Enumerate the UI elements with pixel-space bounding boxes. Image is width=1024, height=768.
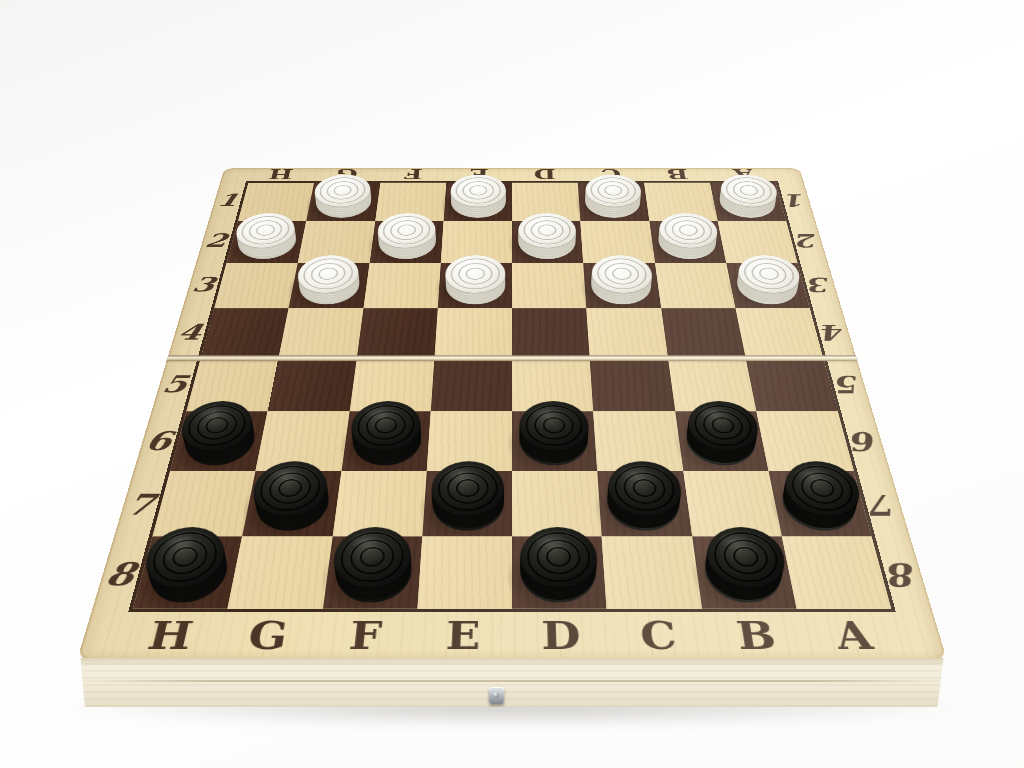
square-g5[interactable] <box>268 358 357 412</box>
square-c4[interactable] <box>586 308 667 357</box>
white-checker-c1[interactable] <box>584 186 642 218</box>
square-c7[interactable] <box>597 471 691 536</box>
white-checker-d2[interactable] <box>518 225 576 260</box>
white-checker-g1[interactable] <box>313 186 373 218</box>
white-checker-e1[interactable] <box>450 186 506 218</box>
square-a1[interactable] <box>710 183 786 222</box>
white-checker-g3[interactable] <box>296 267 362 305</box>
top-letter-b: B <box>643 167 711 181</box>
scene: HGFEDCBA HGFEDCBA 12345678 12345678 <box>0 0 1024 768</box>
black-checker-a7[interactable] <box>777 476 861 530</box>
top-letter-f: F <box>379 167 447 181</box>
square-g4[interactable] <box>279 308 363 357</box>
square-e8[interactable] <box>417 536 512 609</box>
bottom-letter-g: G <box>214 612 320 660</box>
square-h7[interactable] <box>153 471 256 536</box>
square-b7[interactable] <box>683 471 782 536</box>
square-f4[interactable] <box>356 308 437 357</box>
square-g3[interactable] <box>289 263 370 308</box>
white-checker-a1[interactable] <box>717 186 779 218</box>
square-d8[interactable] <box>512 536 607 609</box>
square-g1[interactable] <box>306 183 380 222</box>
bottom-letter-a: A <box>800 612 909 660</box>
square-a7[interactable] <box>768 471 871 536</box>
bottom-letter-b: B <box>704 612 810 660</box>
square-f3[interactable] <box>363 263 440 308</box>
metal-clasp <box>489 687 504 704</box>
black-checker-e7[interactable] <box>431 476 504 530</box>
square-d2[interactable] <box>512 221 583 263</box>
square-b4[interactable] <box>661 308 745 357</box>
square-h6[interactable] <box>170 411 267 470</box>
black-checker-b6[interactable] <box>683 416 759 465</box>
white-checker-b2[interactable] <box>656 225 719 260</box>
white-checker-e3[interactable] <box>445 267 506 305</box>
black-checker-d8[interactable] <box>520 542 597 602</box>
box-front-side <box>77 658 947 707</box>
square-a4[interactable] <box>735 308 823 357</box>
top-letter-h: H <box>246 167 315 181</box>
square-c1[interactable] <box>578 183 649 222</box>
square-g7[interactable] <box>242 471 341 536</box>
bottom-letters: HGFEDCBA <box>115 612 909 660</box>
square-e4[interactable] <box>434 308 512 357</box>
square-e1[interactable] <box>443 183 512 222</box>
square-a3[interactable] <box>726 263 810 308</box>
square-e3[interactable] <box>438 263 512 308</box>
black-checker-d6[interactable] <box>520 416 590 465</box>
black-checker-g7[interactable] <box>252 476 333 530</box>
bottom-letter-h: H <box>115 612 224 660</box>
square-g8[interactable] <box>228 536 333 609</box>
square-h3[interactable] <box>214 263 298 308</box>
square-a5[interactable] <box>745 358 837 412</box>
photo: HGFEDCBA HGFEDCBA 12345678 12345678 <box>0 0 1024 768</box>
top-letter-d: D <box>512 167 579 181</box>
square-b3[interactable] <box>655 263 736 308</box>
white-checker-c3[interactable] <box>590 267 653 305</box>
square-f2[interactable] <box>369 221 443 263</box>
black-checker-h6[interactable] <box>180 416 260 465</box>
white-checker-f2[interactable] <box>376 225 436 260</box>
square-h8[interactable] <box>133 536 243 609</box>
square-e5[interactable] <box>431 358 512 412</box>
board-squares <box>128 181 896 612</box>
bottom-letter-f: F <box>314 612 417 660</box>
square-d6[interactable] <box>512 411 597 470</box>
square-c5[interactable] <box>590 358 675 412</box>
square-b2[interactable] <box>649 221 726 263</box>
bottom-letter-c: C <box>608 612 711 660</box>
square-d3[interactable] <box>512 263 586 308</box>
square-d4[interactable] <box>512 308 590 357</box>
square-c3[interactable] <box>583 263 660 308</box>
square-h4[interactable] <box>201 308 289 357</box>
white-checker-h2[interactable] <box>234 225 299 260</box>
black-checker-c7[interactable] <box>606 476 683 530</box>
square-f6[interactable] <box>341 411 430 470</box>
fold-seam <box>167 355 858 360</box>
checkers-board: HGFEDCBA HGFEDCBA 12345678 12345678 <box>77 168 947 660</box>
square-b8[interactable] <box>692 536 797 609</box>
square-h2[interactable] <box>227 221 307 263</box>
square-c8[interactable] <box>602 536 702 609</box>
square-e7[interactable] <box>422 471 512 536</box>
black-checker-b8[interactable] <box>701 542 786 602</box>
black-checker-f8[interactable] <box>332 542 413 602</box>
square-a8[interactable] <box>782 536 892 609</box>
white-checker-a3[interactable] <box>733 267 801 305</box>
black-checker-h8[interactable] <box>143 542 232 602</box>
bottom-letter-d: D <box>512 612 611 660</box>
square-f8[interactable] <box>322 536 422 609</box>
black-checker-f6[interactable] <box>350 416 423 465</box>
square-b6[interactable] <box>675 411 768 470</box>
bottom-letter-e: E <box>413 612 512 660</box>
